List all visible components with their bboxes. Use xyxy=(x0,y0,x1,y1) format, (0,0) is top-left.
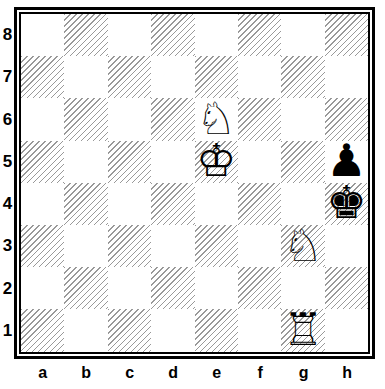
file-label-d: d xyxy=(152,359,196,387)
square-h3[interactable] xyxy=(325,225,368,267)
square-c1[interactable] xyxy=(108,309,151,351)
square-c5[interactable] xyxy=(108,141,151,183)
file-label-e: e xyxy=(195,359,239,387)
square-e3[interactable] xyxy=(195,225,238,267)
square-g3[interactable]: ♘ xyxy=(281,225,324,267)
square-f2[interactable] xyxy=(238,267,281,309)
square-g5[interactable] xyxy=(281,141,324,183)
file-label-b: b xyxy=(65,359,109,387)
square-e1[interactable] xyxy=(195,309,238,351)
square-b4[interactable] xyxy=(64,183,107,225)
square-c2[interactable] xyxy=(108,267,151,309)
square-b2[interactable] xyxy=(64,267,107,309)
file-label-h: h xyxy=(326,359,370,387)
square-g7[interactable] xyxy=(281,56,324,98)
square-b8[interactable] xyxy=(64,14,107,56)
square-h4[interactable]: ♚ xyxy=(325,183,368,225)
square-a7[interactable] xyxy=(21,56,64,98)
rank-label-3: 3 xyxy=(0,225,15,267)
square-d6[interactable] xyxy=(151,98,194,140)
square-f5[interactable] xyxy=(238,141,281,183)
square-f4[interactable] xyxy=(238,183,281,225)
square-b6[interactable] xyxy=(64,98,107,140)
square-f7[interactable] xyxy=(238,56,281,98)
square-a4[interactable] xyxy=(21,183,64,225)
square-c8[interactable] xyxy=(108,14,151,56)
square-h2[interactable] xyxy=(325,267,368,309)
square-f1[interactable] xyxy=(238,309,281,351)
board-grid: ♘♔♟♚♘♖ xyxy=(21,14,368,352)
square-e4[interactable] xyxy=(195,183,238,225)
square-d8[interactable] xyxy=(151,14,194,56)
square-f8[interactable] xyxy=(238,14,281,56)
rank-label-2: 2 xyxy=(0,268,15,310)
square-b3[interactable] xyxy=(64,225,107,267)
square-d3[interactable] xyxy=(151,225,194,267)
chess-diagram: 87654321 ♘♔♟♚♘♖ abcdefgh xyxy=(0,0,385,389)
board-inner-frame: ♘♔♟♚♘♖ xyxy=(19,12,370,354)
rank-label-7: 7 xyxy=(0,56,15,98)
square-e5[interactable]: ♔ xyxy=(195,141,238,183)
square-b1[interactable] xyxy=(64,309,107,351)
square-a3[interactable] xyxy=(21,225,64,267)
white-knight[interactable]: ♘ xyxy=(283,223,323,268)
square-d1[interactable] xyxy=(151,309,194,351)
square-d2[interactable] xyxy=(151,267,194,309)
rank-labels: 87654321 xyxy=(0,14,15,352)
square-h1[interactable] xyxy=(325,309,368,351)
white-king[interactable]: ♔ xyxy=(196,138,236,183)
square-c6[interactable] xyxy=(108,98,151,140)
file-label-c: c xyxy=(108,359,152,387)
file-label-g: g xyxy=(282,359,326,387)
square-a8[interactable] xyxy=(21,14,64,56)
square-g6[interactable] xyxy=(281,98,324,140)
square-d4[interactable] xyxy=(151,183,194,225)
rank-label-1: 1 xyxy=(0,310,15,352)
square-b7[interactable] xyxy=(64,56,107,98)
square-a6[interactable] xyxy=(21,98,64,140)
square-c4[interactable] xyxy=(108,183,151,225)
square-h8[interactable] xyxy=(325,14,368,56)
square-f3[interactable] xyxy=(238,225,281,267)
file-label-a: a xyxy=(21,359,65,387)
square-f6[interactable] xyxy=(238,98,281,140)
square-d5[interactable] xyxy=(151,141,194,183)
square-a2[interactable] xyxy=(21,267,64,309)
black-king[interactable]: ♚ xyxy=(326,180,366,225)
square-e2[interactable] xyxy=(195,267,238,309)
rank-label-5: 5 xyxy=(0,141,15,183)
square-d7[interactable] xyxy=(151,56,194,98)
rank-label-6: 6 xyxy=(0,99,15,141)
file-labels: abcdefgh xyxy=(21,359,369,387)
square-a5[interactable] xyxy=(21,141,64,183)
square-g8[interactable] xyxy=(281,14,324,56)
file-label-f: f xyxy=(239,359,283,387)
rank-label-4: 4 xyxy=(0,183,15,225)
square-h7[interactable] xyxy=(325,56,368,98)
white-rook[interactable]: ♖ xyxy=(283,307,323,352)
square-g1[interactable]: ♖ xyxy=(281,309,324,351)
chess-board: ♘♔♟♚♘♖ xyxy=(14,7,375,359)
square-c7[interactable] xyxy=(108,56,151,98)
square-e8[interactable] xyxy=(195,14,238,56)
square-a1[interactable] xyxy=(21,309,64,351)
square-b5[interactable] xyxy=(64,141,107,183)
square-c3[interactable] xyxy=(108,225,151,267)
rank-label-8: 8 xyxy=(0,14,15,56)
